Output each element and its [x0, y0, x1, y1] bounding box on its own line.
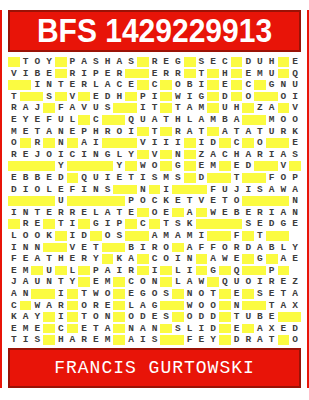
grid-cell: E	[242, 68, 254, 80]
grid-cell: Q	[231, 265, 243, 277]
grid-cell: U	[266, 68, 278, 80]
grid-cell	[102, 160, 114, 172]
grid-cell: L	[172, 265, 184, 277]
grid-cell: A	[102, 79, 114, 91]
grid-cell: T	[184, 195, 196, 207]
grid-cell: O	[289, 114, 301, 126]
grid-cell	[20, 300, 32, 312]
grid-cell: D	[196, 311, 208, 323]
grid-cell: R	[172, 68, 184, 80]
grid-cell: T	[160, 218, 172, 230]
grid-cell: K	[113, 253, 125, 265]
grid-cell: N	[289, 195, 301, 207]
grid-cell: O	[78, 300, 90, 312]
grid-cell: I	[172, 137, 184, 149]
grid-cell: I	[149, 91, 161, 103]
grid-cell: J	[31, 149, 43, 161]
grid-cell: N	[55, 137, 67, 149]
grid-cell: A	[125, 253, 137, 265]
grid-cell: F	[8, 253, 20, 265]
grid-cell: O	[207, 300, 219, 312]
grid-cell: A	[289, 184, 301, 196]
grid-cell: I	[137, 102, 149, 114]
grid-cell: Y	[289, 242, 301, 254]
grid-cell	[207, 218, 219, 230]
grid-cell: A	[207, 149, 219, 161]
grid-cell: A	[137, 323, 149, 335]
grid-cell	[278, 311, 290, 323]
grid-cell: W	[207, 207, 219, 219]
grid-cell	[219, 300, 231, 312]
grid-cell	[113, 334, 125, 346]
grid-cell: E	[242, 207, 254, 219]
grid-cell: A	[172, 230, 184, 242]
grid-cell: C	[242, 79, 254, 91]
grid-cell: R	[78, 79, 90, 91]
grid-cell	[55, 242, 67, 254]
grid-cell: D	[242, 242, 254, 254]
grid-cell: I	[20, 184, 32, 196]
grid-cell: B	[31, 68, 43, 80]
grid-cell: Y	[55, 160, 67, 172]
grid-cell	[78, 195, 90, 207]
grid-cell: Z	[289, 276, 301, 288]
grid-cell: R	[90, 300, 102, 312]
grid-cell: I	[20, 334, 32, 346]
grid-cell: A	[254, 334, 266, 346]
grid-cell: O	[184, 311, 196, 323]
grid-cell: T	[254, 230, 266, 242]
grid-cell	[242, 230, 254, 242]
grid-cell: P	[137, 91, 149, 103]
grid-cell: A	[43, 300, 55, 312]
grid-cell	[31, 288, 43, 300]
grid-cell: I	[102, 172, 114, 184]
grid-cell: R	[31, 137, 43, 149]
grid-cell: A	[289, 288, 301, 300]
grid-cell: D	[231, 334, 243, 346]
grid-cell	[149, 218, 161, 230]
grid-cell: O	[196, 300, 208, 312]
grid-cell	[207, 91, 219, 103]
grid-cell	[231, 68, 243, 80]
grid-cell: W	[90, 288, 102, 300]
grid-cell: E	[254, 218, 266, 230]
grid-cell	[254, 265, 266, 277]
grid-cell	[242, 288, 254, 300]
grid-cell	[113, 137, 125, 149]
grid-cell	[55, 230, 67, 242]
grid-cell: A	[149, 114, 161, 126]
grid-cell	[20, 160, 32, 172]
grid-cell: L	[278, 242, 290, 254]
grid-cell: V	[78, 102, 90, 114]
grid-cell: O	[160, 253, 172, 265]
grid-cell: C	[55, 323, 67, 335]
grid-cell: A	[254, 323, 266, 335]
grid-cell	[113, 276, 125, 288]
grid-cell	[102, 195, 114, 207]
grid-cell: E	[43, 207, 55, 219]
grid-cell	[219, 334, 231, 346]
grid-cell: C	[137, 218, 149, 230]
grid-cell: L	[8, 230, 20, 242]
grid-cell	[289, 311, 301, 323]
grid-cell: N	[20, 242, 32, 254]
grid-cell: P	[78, 126, 90, 138]
grid-cell: E	[20, 253, 32, 265]
grid-cell: E	[160, 56, 172, 68]
book-title: BFS 1429229913	[37, 14, 272, 48]
grid-cell: D	[289, 323, 301, 335]
grid-cell	[172, 207, 184, 219]
grid-cell: S	[254, 184, 266, 196]
grid-cell: O	[278, 114, 290, 126]
grid-cell: T	[160, 114, 172, 126]
grid-cell	[125, 102, 137, 114]
grid-cell	[172, 311, 184, 323]
grid-cell	[125, 218, 137, 230]
grid-cell: A	[102, 207, 114, 219]
grid-cell: V	[149, 149, 161, 161]
grid-cell	[184, 184, 196, 196]
grid-cell	[231, 79, 243, 91]
grid-cell: Y	[67, 276, 79, 288]
grid-cell	[20, 137, 32, 149]
grid-cell	[113, 242, 125, 254]
grid-cell	[196, 184, 208, 196]
grid-cell: T	[8, 334, 20, 346]
grid-cell: I	[160, 184, 172, 196]
grid-cell: S	[172, 323, 184, 335]
fill-in-puzzle-grid: TOYPASHASREGSECDUHEVIBERIPERERRTHEMUQINT…	[8, 56, 301, 346]
grid-cell: J	[231, 184, 243, 196]
grid-cell	[55, 91, 67, 103]
grid-cell: E	[90, 334, 102, 346]
grid-cell	[207, 102, 219, 114]
grid-cell	[102, 242, 114, 254]
grid-cell: O	[31, 184, 43, 196]
grid-cell: O	[160, 242, 172, 254]
grid-cell: G	[102, 149, 114, 161]
grid-cell: O	[125, 311, 137, 323]
grid-cell: L	[113, 149, 125, 161]
grid-cell: E	[219, 207, 231, 219]
grid-cell: I	[196, 137, 208, 149]
grid-cell: E	[149, 311, 161, 323]
grid-cell	[78, 114, 90, 126]
grid-cell: Y	[113, 160, 125, 172]
grid-cell	[266, 195, 278, 207]
grid-cell: G	[207, 265, 219, 277]
grid-cell	[113, 288, 125, 300]
grid-cell	[8, 218, 20, 230]
grid-cell: E	[160, 207, 172, 219]
grid-cell: M	[207, 114, 219, 126]
grid-cell: T	[55, 79, 67, 91]
grid-cell: I	[254, 276, 266, 288]
grid-cell: P	[266, 265, 278, 277]
grid-cell	[207, 68, 219, 80]
grid-cell	[207, 126, 219, 138]
grid-cell	[8, 160, 20, 172]
grid-cell	[43, 334, 55, 346]
grid-cell: A	[278, 253, 290, 265]
grid-cell	[254, 79, 266, 91]
grid-cell	[43, 195, 55, 207]
grid-cell: M	[254, 68, 266, 80]
grid-cell: R	[172, 126, 184, 138]
grid-cell	[160, 79, 172, 91]
grid-cell: N	[184, 288, 196, 300]
grid-cell: T	[266, 300, 278, 312]
grid-cell	[90, 160, 102, 172]
grid-cell: R	[55, 207, 67, 219]
grid-cell: R	[242, 334, 254, 346]
grid-cell	[67, 311, 79, 323]
grid-cell: J	[8, 276, 20, 288]
grid-cell: H	[231, 102, 243, 114]
grid-cell: D	[102, 91, 114, 103]
grid-cell	[160, 126, 172, 138]
grid-cell: A	[20, 102, 32, 114]
grid-cell	[242, 114, 254, 126]
grid-cell: E	[219, 79, 231, 91]
grid-cell: L	[90, 79, 102, 91]
grid-cell: U	[90, 102, 102, 114]
grid-cell: D	[8, 184, 20, 196]
grid-cell	[20, 91, 32, 103]
grid-cell	[219, 230, 231, 242]
grid-cell: N	[102, 311, 114, 323]
grid-cell: T	[207, 288, 219, 300]
grid-cell: U	[219, 102, 231, 114]
grid-cell: E	[8, 323, 20, 335]
grid-cell: S	[242, 218, 254, 230]
grid-cell: E	[125, 79, 137, 91]
grid-cell	[184, 149, 196, 161]
grid-cell: E	[90, 276, 102, 288]
grid-cell: V	[289, 102, 301, 114]
grid-cell	[231, 218, 243, 230]
grid-cell: V	[137, 137, 149, 149]
grid-cell: A	[184, 242, 196, 254]
grid-cell: V	[67, 242, 79, 254]
grid-cell: D	[219, 91, 231, 103]
grid-cell: R	[254, 207, 266, 219]
grid-cell	[278, 56, 290, 68]
grid-cell: D	[207, 137, 219, 149]
grid-cell	[160, 149, 172, 161]
grid-cell	[20, 79, 32, 91]
grid-cell	[67, 160, 79, 172]
grid-cell	[219, 323, 231, 335]
grid-cell: E	[231, 288, 243, 300]
grid-cell: A	[207, 253, 219, 265]
grid-cell	[219, 172, 231, 184]
grid-cell	[90, 230, 102, 242]
grid-cell	[207, 276, 219, 288]
grid-cell: K	[43, 230, 55, 242]
grid-cell: U	[137, 114, 149, 126]
grid-cell: O	[113, 126, 125, 138]
grid-cell: E	[78, 242, 90, 254]
grid-cell: N	[137, 184, 149, 196]
grid-cell: F	[184, 334, 196, 346]
grid-cell: U	[254, 56, 266, 68]
grid-cell: O	[289, 334, 301, 346]
grid-cell: Q	[289, 68, 301, 80]
grid-cell: H	[219, 68, 231, 80]
grid-cell: O	[149, 207, 161, 219]
grid-cell: E	[289, 137, 301, 149]
grid-cell	[196, 265, 208, 277]
grid-cell: I	[184, 91, 196, 103]
grid-cell: Y	[20, 114, 32, 126]
grid-cell: G	[278, 218, 290, 230]
grid-cell	[160, 334, 172, 346]
grid-cell: N	[278, 79, 290, 91]
grid-cell	[184, 68, 196, 80]
grid-cell: L	[67, 114, 79, 126]
grid-cell: E	[43, 68, 55, 80]
grid-cell: N	[149, 276, 161, 288]
grid-cell: E	[231, 160, 243, 172]
grid-cell: O	[149, 288, 161, 300]
grid-cell	[113, 300, 125, 312]
grid-cell: N	[55, 126, 67, 138]
grid-cell: F	[67, 184, 79, 196]
grid-cell: H	[113, 91, 125, 103]
author-name: FRANCIS GURTOWSKI	[54, 359, 255, 377]
grid-cell	[172, 184, 184, 196]
grid-cell: I	[266, 207, 278, 219]
grid-cell	[219, 265, 231, 277]
grid-cell: W	[137, 160, 149, 172]
grid-cell: O	[278, 172, 290, 184]
grid-cell: U	[266, 126, 278, 138]
grid-cell: E	[67, 126, 79, 138]
grid-cell: E	[196, 160, 208, 172]
grid-cell: C	[149, 253, 161, 265]
grid-cell: R	[231, 242, 243, 254]
grid-cell	[278, 334, 290, 346]
grid-cell: B	[231, 207, 243, 219]
grid-cell: G	[90, 218, 102, 230]
grid-cell: H	[231, 149, 243, 161]
grid-cell	[113, 102, 125, 114]
grid-cell: S	[90, 56, 102, 68]
grid-cell: A	[242, 126, 254, 138]
grid-cell: O	[172, 79, 184, 91]
grid-cell	[278, 230, 290, 242]
grid-cell	[125, 137, 137, 149]
grid-cell: R	[20, 218, 32, 230]
grid-cell: T	[172, 102, 184, 114]
grid-cell: T	[8, 91, 20, 103]
grid-cell: M	[184, 230, 196, 242]
grid-cell: S	[102, 184, 114, 196]
grid-cell: S	[31, 334, 43, 346]
grid-cell: A	[184, 207, 196, 219]
grid-cell: S	[113, 230, 125, 242]
grid-cell: O	[90, 311, 102, 323]
grid-cell: T	[196, 126, 208, 138]
grid-cell	[184, 137, 196, 149]
grid-cell: F	[207, 242, 219, 254]
grid-cell: I	[113, 265, 125, 277]
grid-cell	[113, 195, 125, 207]
grid-cell: L	[172, 276, 184, 288]
grid-cell: W	[31, 300, 43, 312]
grid-cell	[242, 137, 254, 149]
grid-cell: A	[102, 323, 114, 335]
grid-cell: N	[90, 184, 102, 196]
grid-cell: A	[266, 102, 278, 114]
grid-cell: V	[278, 160, 290, 172]
grid-cell: H	[102, 56, 114, 68]
grid-cell: G	[196, 91, 208, 103]
grid-cell: J	[31, 102, 43, 114]
grid-cell	[55, 265, 67, 277]
grid-cell: I	[149, 137, 161, 149]
grid-cell: I	[266, 149, 278, 161]
grid-cell: T	[90, 242, 102, 254]
grid-cell	[43, 137, 55, 149]
grid-cell: E	[266, 311, 278, 323]
grid-cell: Y	[31, 311, 43, 323]
grid-cell: B	[184, 79, 196, 91]
grid-cell	[113, 311, 125, 323]
grid-cell: E	[289, 253, 301, 265]
grid-cell	[137, 68, 149, 80]
grid-cell: F	[196, 242, 208, 254]
grid-cell	[90, 195, 102, 207]
grid-cell	[125, 230, 137, 242]
grid-cell	[43, 242, 55, 254]
grid-cell	[31, 160, 43, 172]
grid-cell: C	[67, 149, 79, 161]
grid-cell	[102, 253, 114, 265]
grid-cell	[242, 253, 254, 265]
grid-cell: R	[8, 149, 20, 161]
grid-cell: M	[8, 126, 20, 138]
grid-cell: E	[278, 323, 290, 335]
grid-cell: A	[219, 126, 231, 138]
grid-cell: C	[8, 300, 20, 312]
grid-cell: O	[278, 91, 290, 103]
grid-cell: S	[172, 218, 184, 230]
grid-cell: E	[78, 323, 90, 335]
grid-cell: N	[231, 300, 243, 312]
grid-cell: I	[90, 137, 102, 149]
grid-cell	[278, 102, 290, 114]
grid-cell: U	[31, 276, 43, 288]
left-red-edge	[0, 10, 2, 388]
grid-cell: U	[231, 276, 243, 288]
grid-cell: E	[31, 218, 43, 230]
grid-cell	[231, 91, 243, 103]
grid-cell: A	[184, 126, 196, 138]
grid-cell: R	[55, 300, 67, 312]
grid-cell: V	[67, 91, 79, 103]
grid-cell: T	[43, 253, 55, 265]
grid-cell	[67, 137, 79, 149]
grid-cell: I	[67, 230, 79, 242]
grid-cell: A	[67, 102, 79, 114]
grid-cell: A	[242, 149, 254, 161]
grid-cell: M	[196, 102, 208, 114]
